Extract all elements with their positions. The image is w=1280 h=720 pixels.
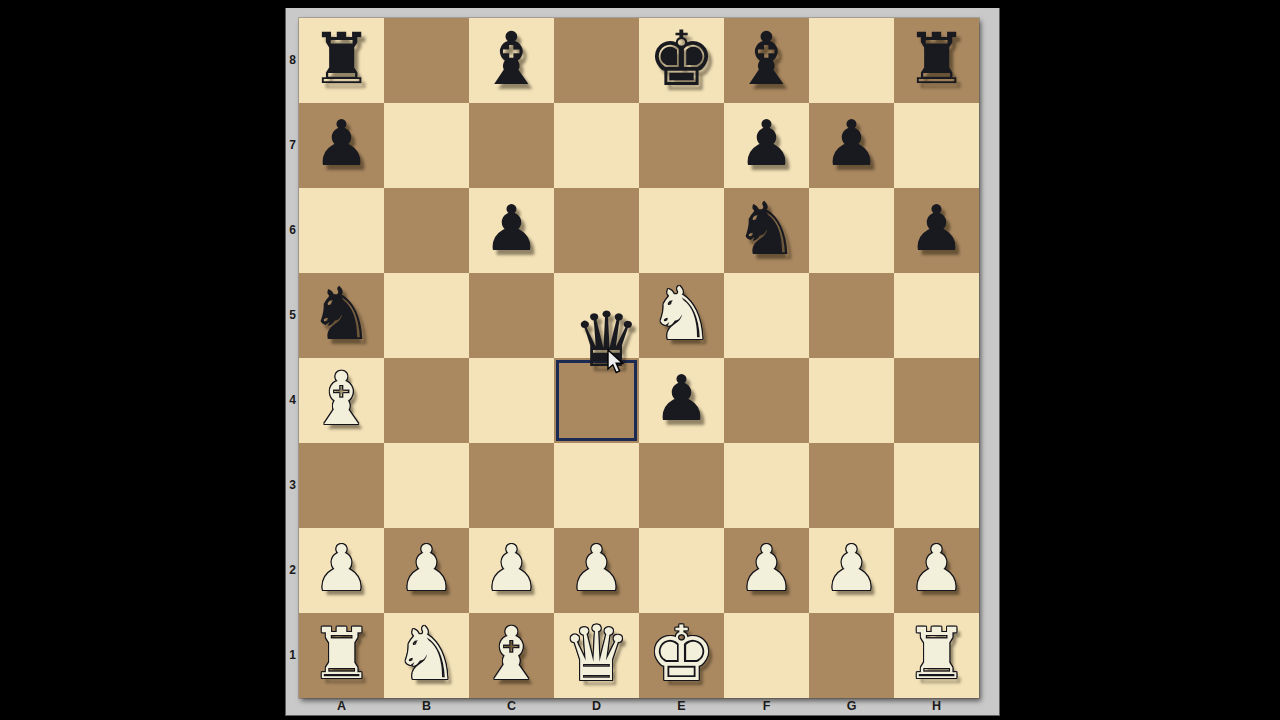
black-bishop[interactable]: ♝: [724, 18, 809, 103]
square-a2[interactable]: ♟: [299, 528, 384, 613]
white-pawn[interactable]: ♟: [809, 528, 894, 613]
white-bishop[interactable]: ♝: [299, 358, 384, 443]
square-d1[interactable]: ♛: [554, 613, 639, 698]
square-g2[interactable]: ♟: [809, 528, 894, 613]
square-b6[interactable]: [384, 188, 469, 273]
rank-label-5: 5: [286, 273, 299, 358]
white-pawn[interactable]: ♟: [299, 528, 384, 613]
square-d6[interactable]: [554, 188, 639, 273]
black-pawn[interactable]: ♟: [724, 103, 809, 188]
square-h7[interactable]: [894, 103, 979, 188]
square-a6[interactable]: [299, 188, 384, 273]
square-g8[interactable]: [809, 18, 894, 103]
black-rook[interactable]: ♜: [894, 18, 979, 103]
square-b4[interactable]: [384, 358, 469, 443]
file-label-a: A: [299, 698, 384, 716]
square-f7[interactable]: ♟: [724, 103, 809, 188]
square-e2[interactable]: [639, 528, 724, 613]
square-c6[interactable]: ♟: [469, 188, 554, 273]
square-a4[interactable]: ♝: [299, 358, 384, 443]
black-pawn[interactable]: ♟: [299, 103, 384, 188]
file-label-d: D: [554, 698, 639, 716]
square-f4[interactable]: [724, 358, 809, 443]
white-rook[interactable]: ♜: [299, 613, 384, 698]
white-knight[interactable]: ♞: [384, 613, 469, 698]
square-g6[interactable]: [809, 188, 894, 273]
square-c3[interactable]: [469, 443, 554, 528]
square-g3[interactable]: [809, 443, 894, 528]
rank-label-8: 8: [286, 18, 299, 103]
square-f2[interactable]: ♟: [724, 528, 809, 613]
black-knight[interactable]: ♞: [299, 273, 384, 358]
white-bishop[interactable]: ♝: [469, 613, 554, 698]
rank-label-4: 4: [286, 358, 299, 443]
square-e5[interactable]: ♞: [639, 273, 724, 358]
square-h2[interactable]: ♟: [894, 528, 979, 613]
white-pawn[interactable]: ♟: [724, 528, 809, 613]
black-pawn[interactable]: ♟: [894, 188, 979, 273]
rank-label-6: 6: [286, 188, 299, 273]
square-e1[interactable]: ♚: [639, 613, 724, 698]
black-pawn[interactable]: ♟: [639, 358, 724, 443]
file-labels: ABCDEFGH: [299, 698, 979, 716]
file-label-f: F: [724, 698, 809, 716]
square-b2[interactable]: ♟: [384, 528, 469, 613]
square-a3[interactable]: [299, 443, 384, 528]
black-king[interactable]: ♚: [639, 18, 724, 103]
square-f3[interactable]: [724, 443, 809, 528]
square-a5[interactable]: ♞: [299, 273, 384, 358]
square-c8[interactable]: ♝: [469, 18, 554, 103]
square-h8[interactable]: ♜: [894, 18, 979, 103]
rank-label-2: 2: [286, 528, 299, 613]
square-f8[interactable]: ♝: [724, 18, 809, 103]
square-d8[interactable]: [554, 18, 639, 103]
square-h3[interactable]: [894, 443, 979, 528]
white-king[interactable]: ♚: [639, 613, 724, 698]
white-pawn[interactable]: ♟: [554, 528, 639, 613]
chess-board[interactable]: ♜♝♚♝♜♟♟♟♟♞♟♞♞♝♟♟♟♟♟♟♟♟♜♞♝♛♚♜♛: [299, 18, 979, 698]
square-f5[interactable]: [724, 273, 809, 358]
square-b5[interactable]: [384, 273, 469, 358]
black-bishop[interactable]: ♝: [469, 18, 554, 103]
board-frame: 87654321 ♜♝♚♝♜♟♟♟♟♞♟♞♞♝♟♟♟♟♟♟♟♟♜♞♝♛♚♜♛ A…: [285, 8, 1000, 716]
black-knight[interactable]: ♞: [724, 188, 809, 273]
square-c2[interactable]: ♟: [469, 528, 554, 613]
square-c1[interactable]: ♝: [469, 613, 554, 698]
square-c7[interactable]: [469, 103, 554, 188]
square-a8[interactable]: ♜: [299, 18, 384, 103]
square-e7[interactable]: [639, 103, 724, 188]
black-pawn[interactable]: ♟: [809, 103, 894, 188]
square-a7[interactable]: ♟: [299, 103, 384, 188]
square-e6[interactable]: [639, 188, 724, 273]
rank-label-7: 7: [286, 103, 299, 188]
square-b8[interactable]: [384, 18, 469, 103]
file-label-b: B: [384, 698, 469, 716]
black-rook[interactable]: ♜: [299, 18, 384, 103]
square-f1[interactable]: [724, 613, 809, 698]
square-d7[interactable]: [554, 103, 639, 188]
file-label-h: H: [894, 698, 979, 716]
square-h4[interactable]: [894, 358, 979, 443]
white-pawn[interactable]: ♟: [469, 528, 554, 613]
square-f6[interactable]: ♞: [724, 188, 809, 273]
square-d3[interactable]: [554, 443, 639, 528]
square-h1[interactable]: ♜: [894, 613, 979, 698]
square-h5[interactable]: [894, 273, 979, 358]
file-label-e: E: [639, 698, 724, 716]
square-e3[interactable]: [639, 443, 724, 528]
square-e8[interactable]: ♚: [639, 18, 724, 103]
square-b1[interactable]: ♞: [384, 613, 469, 698]
square-g7[interactable]: ♟: [809, 103, 894, 188]
white-pawn[interactable]: ♟: [384, 528, 469, 613]
square-b3[interactable]: [384, 443, 469, 528]
square-b7[interactable]: [384, 103, 469, 188]
square-g1[interactable]: [809, 613, 894, 698]
rank-label-1: 1: [286, 613, 299, 698]
black-pawn[interactable]: ♟: [469, 188, 554, 273]
white-knight[interactable]: ♞: [639, 273, 724, 358]
square-c5[interactable]: [469, 273, 554, 358]
file-label-g: G: [809, 698, 894, 716]
square-e4[interactable]: ♟: [639, 358, 724, 443]
white-pawn[interactable]: ♟: [894, 528, 979, 613]
square-c4[interactable]: [469, 358, 554, 443]
file-label-c: C: [469, 698, 554, 716]
square-a1[interactable]: ♜: [299, 613, 384, 698]
square-d2[interactable]: ♟: [554, 528, 639, 613]
square-g4[interactable]: [809, 358, 894, 443]
white-queen[interactable]: ♛: [554, 613, 639, 698]
rank-labels: 87654321: [286, 18, 299, 698]
arrow-cursor-icon: [607, 349, 626, 376]
white-rook[interactable]: ♜: [894, 613, 979, 698]
rank-label-3: 3: [286, 443, 299, 528]
letterboxed-background: { "game": "chess", "position": { "fen": …: [0, 0, 1280, 720]
square-g5[interactable]: [809, 273, 894, 358]
square-h6[interactable]: ♟: [894, 188, 979, 273]
